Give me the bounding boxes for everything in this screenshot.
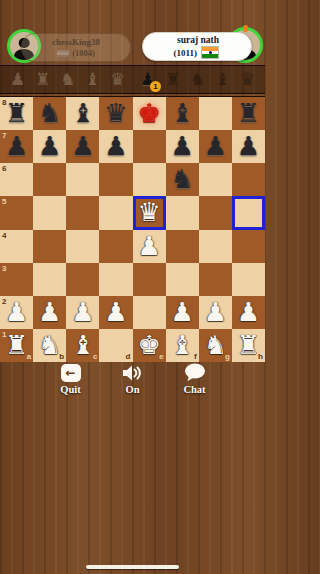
rank-label-8: 8 — [2, 98, 6, 107]
square-a3[interactable]: 3 — [0, 263, 33, 296]
file-label-h: h — [258, 352, 263, 361]
piece-white-pawn: ♟ — [133, 230, 166, 263]
square-b2[interactable]: ♟ — [33, 296, 66, 329]
square-a1[interactable]: ♜1a — [0, 329, 33, 362]
black-player-rating: (1011) — [174, 48, 198, 58]
square-f6[interactable]: ♞ — [166, 163, 199, 196]
file-label-e: e — [159, 352, 163, 361]
square-c8[interactable]: ♝ — [66, 97, 99, 130]
square-d7[interactable]: ♟ — [99, 130, 132, 163]
square-a5[interactable]: 5 — [0, 196, 33, 229]
home-indicator[interactable] — [86, 565, 179, 569]
file-label-a: a — [27, 352, 31, 361]
square-g5[interactable] — [199, 196, 232, 229]
piece-white-pawn: ♟ — [99, 296, 132, 329]
square-e3[interactable] — [133, 263, 166, 296]
chat-button[interactable]: Chat — [175, 363, 215, 395]
square-h1[interactable]: ♜h — [232, 329, 265, 362]
rank-label-3: 3 — [2, 264, 6, 273]
square-e8[interactable]: ♚ — [133, 97, 166, 130]
flag-icon — [57, 50, 69, 57]
file-label-d: d — [126, 352, 131, 361]
square-c3[interactable] — [66, 263, 99, 296]
square-c1[interactable]: ♝c — [66, 329, 99, 362]
square-h8[interactable]: ♜ — [232, 97, 265, 130]
black-player-name: suraj nath — [177, 34, 219, 46]
square-e1[interactable]: ♚e — [133, 329, 166, 362]
square-g6[interactable] — [199, 163, 232, 196]
back-arrow-icon: ← — [61, 364, 81, 382]
rank-label-5: 5 — [2, 197, 6, 206]
square-h3[interactable] — [232, 263, 265, 296]
square-b4[interactable] — [33, 230, 66, 263]
square-b5[interactable] — [33, 196, 66, 229]
square-b1[interactable]: ♞b — [33, 329, 66, 362]
file-label-c: c — [93, 352, 97, 361]
square-a8[interactable]: ♜8 — [0, 97, 33, 130]
turn-timer-notch — [243, 25, 248, 32]
piece-black-knight: ♞ — [166, 163, 199, 196]
square-g4[interactable] — [199, 230, 232, 263]
square-g3[interactable] — [199, 263, 232, 296]
piece-black-pawn: ♟ — [232, 130, 265, 163]
square-d6[interactable] — [99, 163, 132, 196]
captured-slot-white-rook: ♜ — [30, 66, 55, 93]
piece-black-bishop: ♝ — [166, 97, 199, 130]
square-d2[interactable]: ♟ — [99, 296, 132, 329]
piece-black-rook: ♜ — [232, 97, 265, 130]
controls-bar: ← Quit On Chat — [0, 363, 265, 395]
square-d8[interactable]: ♛ — [99, 97, 132, 130]
square-g2[interactable]: ♟ — [199, 296, 232, 329]
square-h4[interactable] — [232, 230, 265, 263]
file-label-f: f — [194, 352, 197, 361]
square-f7[interactable]: ♟ — [166, 130, 199, 163]
square-a4[interactable]: 4 — [0, 230, 33, 263]
chat-bubble-icon — [184, 363, 206, 382]
square-c5[interactable] — [66, 196, 99, 229]
square-h5[interactable] — [232, 196, 265, 229]
square-g7[interactable]: ♟ — [199, 130, 232, 163]
captured-white-slots: ♟♜♞♝♛ — [5, 66, 130, 93]
square-h6[interactable] — [232, 163, 265, 196]
square-d3[interactable] — [99, 263, 132, 296]
piece-black-knight: ♞ — [33, 97, 66, 130]
sound-toggle-button[interactable]: On — [113, 363, 153, 395]
piece-white-queen: ♛ — [133, 196, 166, 229]
rank-label-6: 6 — [2, 164, 6, 173]
square-d4[interactable] — [99, 230, 132, 263]
rank-label-4: 4 — [2, 231, 6, 240]
piece-white-pawn: ♟ — [199, 296, 232, 329]
piece-white-pawn: ♟ — [166, 296, 199, 329]
piece-black-pawn: ♟ — [166, 130, 199, 163]
square-g8[interactable] — [199, 97, 232, 130]
square-c6[interactable] — [66, 163, 99, 196]
square-e5[interactable]: ♛ — [133, 196, 166, 229]
india-flag-icon — [201, 46, 219, 59]
rank-label-2: 2 — [2, 297, 6, 306]
rank-label-1: 1 — [2, 330, 6, 339]
piece-white-pawn: ♟ — [33, 296, 66, 329]
square-g1[interactable]: ♞g — [199, 329, 232, 362]
square-f1[interactable]: ♝f — [166, 329, 199, 362]
square-f3[interactable] — [166, 263, 199, 296]
captured-black-slots: ♟1♜♞♝♛ — [135, 66, 260, 93]
square-h7[interactable]: ♟ — [232, 130, 265, 163]
white-player-rating: (1004) — [72, 48, 95, 58]
square-a2[interactable]: ♟2 — [0, 296, 33, 329]
square-b6[interactable] — [33, 163, 66, 196]
captured-slot-black-queen: ♛ — [235, 66, 260, 93]
square-f4[interactable] — [166, 230, 199, 263]
piece-black-pawn: ♟ — [199, 130, 232, 163]
square-e2[interactable] — [133, 296, 166, 329]
piece-white-pawn: ♟ — [232, 296, 265, 329]
piece-black-king: ♚ — [133, 97, 166, 130]
captured-slot-black-bishop: ♝ — [210, 66, 235, 93]
captured-slot-white-queen: ♛ — [105, 66, 130, 93]
piece-white-pawn: ♟ — [66, 296, 99, 329]
white-player-name: chessKing38 — [52, 37, 100, 48]
quit-label: Quit — [60, 384, 80, 395]
square-a6[interactable]: 6 — [0, 163, 33, 196]
captured-slot-black-knight: ♞ — [185, 66, 210, 93]
file-label-b: b — [59, 352, 64, 361]
square-e6[interactable] — [133, 163, 166, 196]
piece-black-pawn: ♟ — [66, 130, 99, 163]
white-player-pill: chessKing38 (1004) — [21, 33, 131, 62]
square-f2[interactable]: ♟ — [166, 296, 199, 329]
captured-pieces-tray: ♟♜♞♝♛ ♟1♜♞♝♛ — [0, 65, 265, 94]
square-h2[interactable]: ♟ — [232, 296, 265, 329]
square-b7[interactable]: ♟ — [33, 130, 66, 163]
piece-black-queen: ♛ — [99, 97, 132, 130]
black-player-pill: suraj nath (1011) — [142, 32, 252, 61]
captured-slot-black-pawn: ♟1 — [135, 66, 160, 93]
captured-slot-white-pawn: ♟ — [5, 66, 30, 93]
square-e7[interactable] — [133, 130, 166, 163]
quit-button[interactable]: ← Quit — [51, 363, 91, 395]
square-c4[interactable] — [66, 230, 99, 263]
chess-board: ♜8♞♝♛♚♝♜♟7♟♟♟♟♟♟6♞5♛4♟3♟2♟♟♟♟♟♟♜1a♞b♝cd♚… — [0, 96, 265, 362]
square-f5[interactable] — [166, 196, 199, 229]
piece-black-bishop: ♝ — [66, 97, 99, 130]
piece-black-pawn: ♟ — [33, 130, 66, 163]
square-e4[interactable]: ♟ — [133, 230, 166, 263]
square-f8[interactable]: ♝ — [166, 97, 199, 130]
square-c7[interactable]: ♟ — [66, 130, 99, 163]
speaker-icon — [122, 363, 144, 382]
square-c2[interactable]: ♟ — [66, 296, 99, 329]
square-d1[interactable]: d — [99, 329, 132, 362]
captured-slot-white-knight: ♞ — [55, 66, 80, 93]
square-a7[interactable]: ♟7 — [0, 130, 33, 163]
sound-label: On — [125, 384, 139, 395]
captured-slot-black-rook: ♜ — [160, 66, 185, 93]
file-label-g: g — [225, 352, 230, 361]
square-d5[interactable] — [99, 196, 132, 229]
square-b8[interactable]: ♞ — [33, 97, 66, 130]
piece-black-pawn: ♟ — [99, 130, 132, 163]
captured-slot-white-bishop: ♝ — [80, 66, 105, 93]
square-b3[interactable] — [33, 263, 66, 296]
chat-label: Chat — [183, 384, 205, 395]
rank-label-7: 7 — [2, 131, 6, 140]
